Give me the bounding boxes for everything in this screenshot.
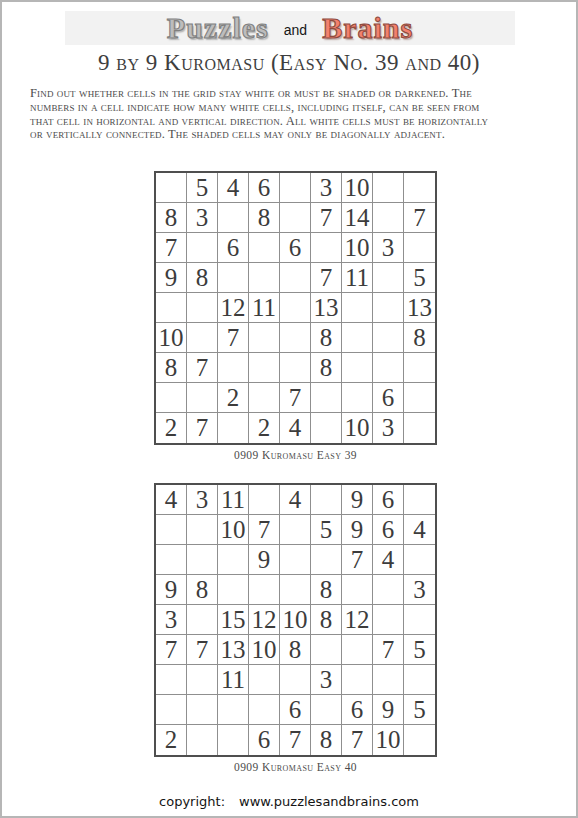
cell-r2c8[interactable]	[373, 203, 404, 233]
cell-r4c3[interactable]	[218, 263, 249, 293]
instructions: Find out whether cells in the grid stay …	[30, 87, 560, 142]
cell-r8c7[interactable]: 6	[342, 695, 373, 725]
cell-r1c1[interactable]: 4	[156, 485, 187, 515]
cell-r3c7[interactable]: 7	[342, 545, 373, 575]
cell-r2c7[interactable]: 9	[342, 515, 373, 545]
cell-r4c9[interactable]: 3	[404, 575, 435, 605]
cell-r4c7[interactable]	[342, 575, 373, 605]
cell-r3c6[interactable]	[311, 545, 342, 575]
cell-r3c2[interactable]	[187, 233, 218, 263]
cell-r4c2[interactable]: 8	[187, 263, 218, 293]
cell-r3c8[interactable]: 3	[373, 233, 404, 263]
cell-r7c7[interactable]	[342, 665, 373, 695]
cell-r1c7[interactable]: 10	[342, 173, 373, 203]
cell-r2c8[interactable]: 6	[373, 515, 404, 545]
cell-r7c3[interactable]	[218, 353, 249, 383]
cell-r8c7[interactable]	[342, 383, 373, 413]
cell-r9c3[interactable]	[218, 725, 249, 755]
cell-r8c3[interactable]	[218, 695, 249, 725]
cell-r6c5[interactable]: 8	[280, 635, 311, 665]
cell-r8c9[interactable]: 5	[404, 695, 435, 725]
cell-r1c3[interactable]: 4	[218, 173, 249, 203]
cell-r6c2[interactable]: 7	[187, 635, 218, 665]
cell-r2c4[interactable]: 8	[249, 203, 280, 233]
cell-r9c8[interactable]: 10	[373, 725, 404, 755]
cell-r2c3[interactable]	[218, 203, 249, 233]
cell-r7c9[interactable]	[404, 353, 435, 383]
logo-puzzles-text: Puzzles	[167, 13, 269, 43]
cell-r9c1[interactable]: 2	[156, 413, 187, 443]
cell-r1c3[interactable]: 11	[218, 485, 249, 515]
cell-r2c2[interactable]: 3	[187, 203, 218, 233]
puzzle-caption-easy-39: 0909 Kuromasu Easy 39	[154, 449, 437, 461]
logo-brains-text: Brains	[322, 13, 413, 43]
cell-r6c4[interactable]	[249, 323, 280, 353]
cell-r1c2[interactable]: 3	[187, 485, 218, 515]
cell-r3c4[interactable]	[249, 233, 280, 263]
page: Puzzles and Brains 9 by 9 Kuromasu (Easy…	[0, 0, 578, 818]
cell-r6c8[interactable]	[373, 323, 404, 353]
cell-r1c6[interactable]	[311, 485, 342, 515]
cell-r5c5[interactable]: 10	[280, 605, 311, 635]
cell-r9c2[interactable]: 7	[187, 413, 218, 443]
footer: copyright: www.puzzlesandbrains.com	[2, 794, 576, 809]
cell-r1c2[interactable]: 5	[187, 173, 218, 203]
cell-r7c2[interactable]	[187, 665, 218, 695]
cell-r9c5[interactable]: 7	[280, 725, 311, 755]
cell-r4c5[interactable]	[280, 263, 311, 293]
cell-r4c7[interactable]: 11	[342, 263, 373, 293]
cell-r5c9[interactable]	[404, 605, 435, 635]
cell-r2c9[interactable]: 7	[404, 203, 435, 233]
cell-r9c8[interactable]: 3	[373, 413, 404, 443]
cell-r1c5[interactable]: 4	[280, 485, 311, 515]
cell-r7c1[interactable]: 8	[156, 353, 187, 383]
cell-r7c4[interactable]	[249, 665, 280, 695]
cell-r3c9[interactable]	[404, 545, 435, 575]
cell-r9c6[interactable]	[311, 413, 342, 443]
cell-r5c8[interactable]	[373, 605, 404, 635]
cell-r7c2[interactable]: 7	[187, 353, 218, 383]
cell-r4c2[interactable]: 8	[187, 575, 218, 605]
cell-r6c3[interactable]: 13	[218, 635, 249, 665]
instructions-line-3: that cell in horizontal and vertical dir…	[30, 115, 560, 129]
cell-r6c3[interactable]: 7	[218, 323, 249, 353]
cell-r6c6[interactable]: 8	[311, 323, 342, 353]
cell-r2c1[interactable]: 8	[156, 203, 187, 233]
cell-r6c8[interactable]: 7	[373, 635, 404, 665]
cell-r2c9[interactable]: 4	[404, 515, 435, 545]
cell-r2c1[interactable]	[156, 515, 187, 545]
cell-r5c7[interactable]: 12	[342, 605, 373, 635]
cell-r1c4[interactable]: 6	[249, 173, 280, 203]
cell-r9c9[interactable]	[404, 413, 435, 443]
cell-r7c6[interactable]: 3	[311, 665, 342, 695]
cell-r1c8[interactable]	[373, 173, 404, 203]
cell-r8c5[interactable]: 6	[280, 695, 311, 725]
cell-r8c4[interactable]	[249, 383, 280, 413]
cell-r1c7[interactable]: 9	[342, 485, 373, 515]
cell-r3c6[interactable]	[311, 233, 342, 263]
cell-r4c1[interactable]: 9	[156, 575, 187, 605]
cell-r7c9[interactable]	[404, 665, 435, 695]
cell-r2c7[interactable]: 14	[342, 203, 373, 233]
cell-r6c6[interactable]	[311, 635, 342, 665]
cell-r5c4[interactable]: 12	[249, 605, 280, 635]
cell-r6c9[interactable]: 5	[404, 635, 435, 665]
cell-r3c9[interactable]	[404, 233, 435, 263]
cell-r4c9[interactable]: 5	[404, 263, 435, 293]
cell-r4c6[interactable]: 7	[311, 263, 342, 293]
cell-r2c5[interactable]	[280, 203, 311, 233]
cell-r5c7[interactable]	[342, 293, 373, 323]
cell-r5c4[interactable]: 11	[249, 293, 280, 323]
cell-r2c6[interactable]: 5	[311, 515, 342, 545]
cell-r7c8[interactable]	[373, 665, 404, 695]
cell-r5c2[interactable]	[187, 293, 218, 323]
cell-r7c6[interactable]: 8	[311, 353, 342, 383]
cell-r7c4[interactable]	[249, 353, 280, 383]
cell-r9c2[interactable]	[187, 725, 218, 755]
cell-r9c4[interactable]: 2	[249, 413, 280, 443]
cell-r5c6[interactable]: 13	[311, 293, 342, 323]
cell-r1c5[interactable]	[280, 173, 311, 203]
cell-r3c5[interactable]: 6	[280, 233, 311, 263]
cell-r4c8[interactable]	[373, 263, 404, 293]
cell-r8c8[interactable]: 6	[373, 383, 404, 413]
cell-r4c3[interactable]	[218, 575, 249, 605]
cell-r5c8[interactable]	[373, 293, 404, 323]
copyright-label: copyright:	[159, 794, 225, 809]
cell-r2c3[interactable]: 10	[218, 515, 249, 545]
cell-r5c3[interactable]: 12	[218, 293, 249, 323]
cell-r5c6[interactable]: 8	[311, 605, 342, 635]
cell-r7c5[interactable]	[280, 665, 311, 695]
instructions-line-1: Find out whether cells in the grid stay …	[30, 87, 560, 101]
cell-r4c4[interactable]	[249, 263, 280, 293]
cell-r8c6[interactable]	[311, 383, 342, 413]
cell-r8c6[interactable]	[311, 695, 342, 725]
cell-r1c9[interactable]	[404, 173, 435, 203]
cell-r7c1[interactable]	[156, 665, 187, 695]
cell-r9c4[interactable]: 6	[249, 725, 280, 755]
cell-r6c7[interactable]	[342, 323, 373, 353]
instructions-line-4: or vertically connected. The shaded cell…	[30, 128, 560, 142]
cell-r6c4[interactable]: 10	[249, 635, 280, 665]
cell-r8c1[interactable]	[156, 695, 187, 725]
cell-r6c9[interactable]: 8	[404, 323, 435, 353]
cell-r2c2[interactable]	[187, 515, 218, 545]
cell-r4c5[interactable]	[280, 575, 311, 605]
cell-r8c2[interactable]	[187, 383, 218, 413]
cell-r3c3[interactable]	[218, 545, 249, 575]
cell-r9c7[interactable]: 7	[342, 725, 373, 755]
cell-r8c9[interactable]	[404, 383, 435, 413]
kuromasu-grid-easy-39: 5463108387147766103987115121113131078887…	[154, 171, 437, 445]
cell-r3c1[interactable]	[156, 545, 187, 575]
cell-r1c6[interactable]: 3	[311, 173, 342, 203]
cell-r8c1[interactable]	[156, 383, 187, 413]
cell-r6c1[interactable]: 10	[156, 323, 187, 353]
cell-r8c4[interactable]	[249, 695, 280, 725]
cell-r3c3[interactable]: 6	[218, 233, 249, 263]
cell-r4c6[interactable]: 8	[311, 575, 342, 605]
cell-r7c3[interactable]: 11	[218, 665, 249, 695]
cell-r9c6[interactable]: 8	[311, 725, 342, 755]
cell-r6c5[interactable]	[280, 323, 311, 353]
cell-r3c7[interactable]: 10	[342, 233, 373, 263]
cell-r3c5[interactable]	[280, 545, 311, 575]
cell-r5c1[interactable]: 3	[156, 605, 187, 635]
cell-r5c2[interactable]	[187, 605, 218, 635]
cell-r4c8[interactable]	[373, 575, 404, 605]
cell-r4c4[interactable]	[249, 575, 280, 605]
cell-r6c2[interactable]	[187, 323, 218, 353]
cell-r5c9[interactable]: 13	[404, 293, 435, 323]
cell-r3c4[interactable]: 9	[249, 545, 280, 575]
cell-r9c1[interactable]: 2	[156, 725, 187, 755]
cell-r1c1[interactable]	[156, 173, 187, 203]
cell-r8c8[interactable]: 9	[373, 695, 404, 725]
cell-r5c1[interactable]	[156, 293, 187, 323]
cell-r5c5[interactable]	[280, 293, 311, 323]
cell-r6c1[interactable]: 7	[156, 635, 187, 665]
cell-r3c1[interactable]: 7	[156, 233, 187, 263]
website-text: www.puzzlesandbrains.com	[239, 794, 419, 809]
cell-r7c8[interactable]	[373, 353, 404, 383]
cell-r7c5[interactable]	[280, 353, 311, 383]
cell-r9c9[interactable]	[404, 725, 435, 755]
cell-r2c6[interactable]: 7	[311, 203, 342, 233]
cell-r2c5[interactable]	[280, 515, 311, 545]
cell-r2c4[interactable]: 7	[249, 515, 280, 545]
cell-r4c1[interactable]: 9	[156, 263, 187, 293]
cell-r3c8[interactable]: 4	[373, 545, 404, 575]
cell-r3c2[interactable]	[187, 545, 218, 575]
cell-r1c8[interactable]: 6	[373, 485, 404, 515]
kuromasu-grid-easy-40: 4311496107596497498833151210812771310875…	[154, 483, 437, 757]
logo-and-text: and	[284, 18, 307, 38]
cell-r8c5[interactable]: 7	[280, 383, 311, 413]
puzzle-caption-easy-40: 0909 Kuromasu Easy 40	[154, 761, 437, 773]
cell-r1c9[interactable]	[404, 485, 435, 515]
cell-r9c3[interactable]	[218, 413, 249, 443]
cell-r6c7[interactable]	[342, 635, 373, 665]
logo-banner: Puzzles and Brains	[65, 11, 515, 45]
cell-r5c3[interactable]: 15	[218, 605, 249, 635]
cell-r8c2[interactable]	[187, 695, 218, 725]
cell-r1c4[interactable]	[249, 485, 280, 515]
cell-r9c5[interactable]: 4	[280, 413, 311, 443]
cell-r9c7[interactable]: 10	[342, 413, 373, 443]
cell-r7c7[interactable]	[342, 353, 373, 383]
instructions-line-2: numbers in a cell indicate how many whit…	[30, 101, 560, 115]
page-title: 9 by 9 Kuromasu (Easy No. 39 and 40)	[2, 50, 576, 76]
cell-r8c3[interactable]: 2	[218, 383, 249, 413]
